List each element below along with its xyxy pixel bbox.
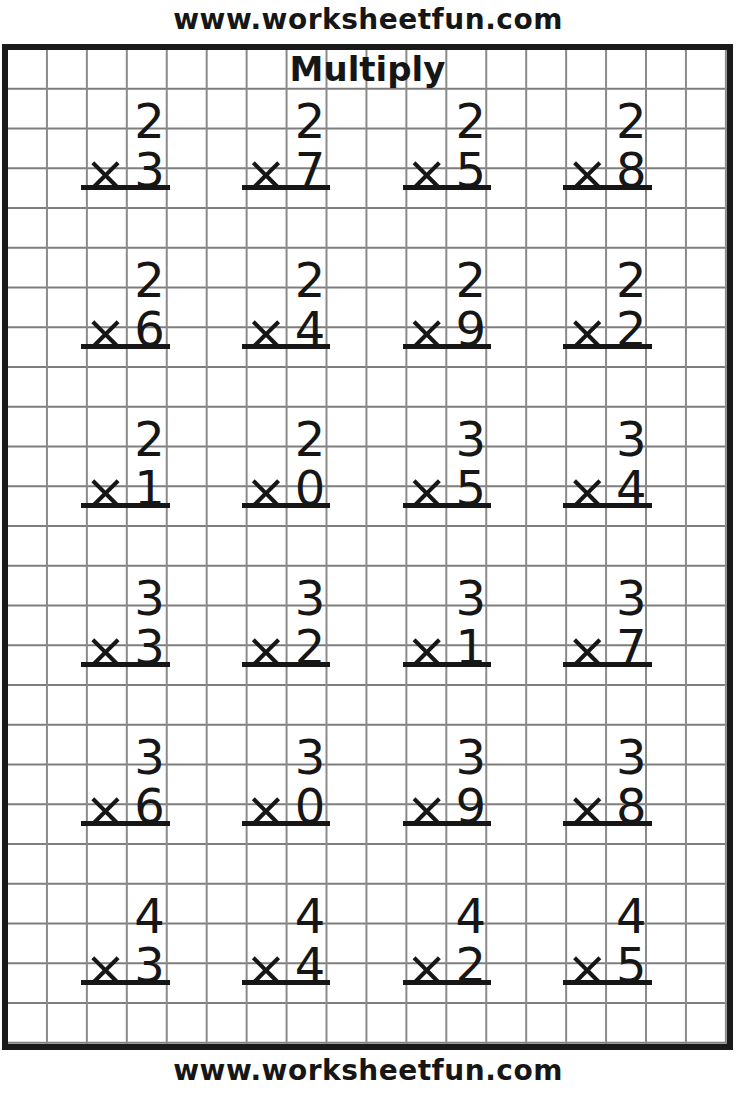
answer-line — [563, 185, 651, 190]
multiplicand-digit: 3 — [291, 733, 329, 781]
multiplicand-digit: 3 — [612, 415, 650, 463]
multiply-sign-icon: × — [84, 785, 130, 835]
multiplicand-digit: 4 — [612, 892, 650, 940]
multiplicand-digit: 2 — [291, 415, 329, 463]
worksheet-page: www.worksheetfun.com Multiply 2×32×72×52… — [0, 0, 736, 1093]
multiply-sign-icon: × — [245, 626, 291, 676]
answer-line — [81, 821, 169, 826]
multiply-sign-icon: × — [245, 308, 291, 358]
worksheet-grid: Multiply 2×32×72×52×82×62×42×92×22×12×03… — [2, 44, 733, 1050]
multiply-sign-icon: × — [566, 308, 612, 358]
answer-line — [81, 503, 169, 508]
multiplicand-digit: 3 — [452, 415, 490, 463]
answer-line — [403, 821, 491, 826]
multiply-sign-icon: × — [406, 149, 452, 199]
multiplicand-digit: 3 — [612, 574, 650, 622]
multiplicand-digit: 4 — [452, 892, 490, 940]
multiplicand-digit: 2 — [291, 256, 329, 304]
multiplicand-digit: 2 — [452, 256, 490, 304]
answer-line — [81, 980, 169, 985]
site-url-footer: www.worksheetfun.com — [0, 1054, 736, 1088]
answer-line — [81, 662, 169, 667]
multiply-sign-icon: × — [245, 785, 291, 835]
multiply-sign-icon: × — [84, 308, 130, 358]
answer-line — [403, 344, 491, 349]
multiplicand-digit: 2 — [130, 256, 168, 304]
multiply-sign-icon: × — [84, 944, 130, 994]
multiply-sign-icon: × — [566, 944, 612, 994]
multiplicand-digit: 2 — [452, 97, 490, 145]
multiply-sign-icon: × — [566, 626, 612, 676]
multiply-sign-icon: × — [84, 467, 130, 517]
multiply-sign-icon: × — [406, 785, 452, 835]
answer-line — [563, 662, 651, 667]
answer-line — [403, 662, 491, 667]
answer-line — [563, 821, 651, 826]
multiply-sign-icon: × — [406, 467, 452, 517]
multiply-sign-icon: × — [406, 308, 452, 358]
multiply-sign-icon: × — [84, 149, 130, 199]
multiply-sign-icon: × — [245, 467, 291, 517]
multiplicand-digit: 4 — [291, 892, 329, 940]
worksheet-title: Multiply — [8, 49, 727, 89]
multiplicand-digit: 3 — [291, 574, 329, 622]
answer-line — [242, 821, 330, 826]
multiplicand-digit: 3 — [452, 733, 490, 781]
answer-line — [81, 185, 169, 190]
answer-line — [242, 662, 330, 667]
multiplicand-digit: 3 — [130, 574, 168, 622]
multiplicand-digit: 3 — [452, 574, 490, 622]
multiplicand-digit: 3 — [130, 733, 168, 781]
answer-line — [403, 503, 491, 508]
answer-line — [563, 980, 651, 985]
multiply-sign-icon: × — [566, 467, 612, 517]
site-url-header: www.worksheetfun.com — [0, 3, 736, 37]
answer-line — [403, 980, 491, 985]
multiplicand-digit: 3 — [612, 733, 650, 781]
multiply-sign-icon: × — [406, 944, 452, 994]
answer-line — [242, 185, 330, 190]
answer-line — [81, 344, 169, 349]
multiply-sign-icon: × — [245, 149, 291, 199]
answer-line — [563, 503, 651, 508]
multiplicand-digit: 2 — [130, 97, 168, 145]
multiply-sign-icon: × — [566, 149, 612, 199]
answer-line — [242, 503, 330, 508]
answer-line — [403, 185, 491, 190]
multiplicand-digit: 2 — [130, 415, 168, 463]
multiply-sign-icon: × — [84, 626, 130, 676]
multiply-sign-icon: × — [245, 944, 291, 994]
answer-line — [242, 980, 330, 985]
multiplicand-digit: 2 — [612, 256, 650, 304]
answer-line — [242, 344, 330, 349]
multiply-sign-icon: × — [566, 785, 612, 835]
answer-line — [563, 344, 651, 349]
multiplicand-digit: 4 — [130, 892, 168, 940]
multiplicand-digit: 2 — [291, 97, 329, 145]
multiply-sign-icon: × — [406, 626, 452, 676]
multiplicand-digit: 2 — [612, 97, 650, 145]
